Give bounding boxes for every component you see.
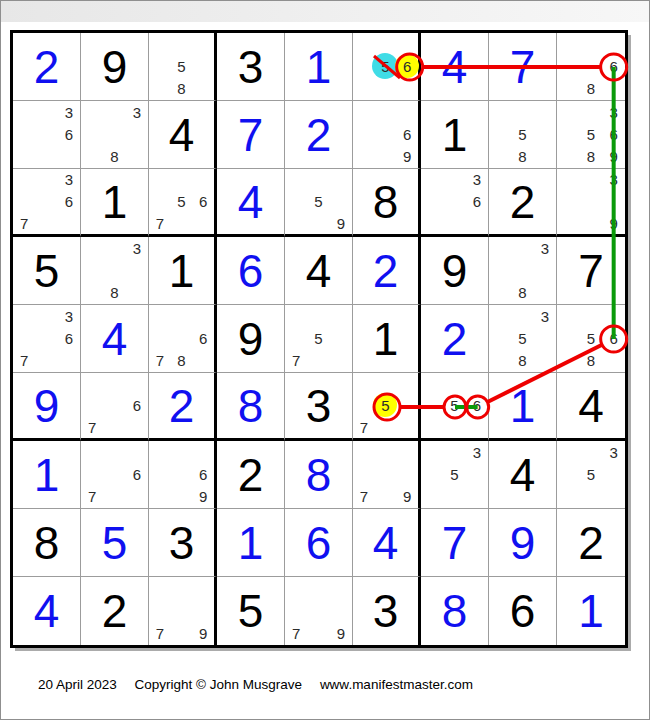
cell-r9c7[interactable]: 8: [421, 577, 489, 645]
candidate-mark: 9: [337, 626, 345, 641]
candidate-mark: 6: [199, 194, 207, 209]
candidate-mark: 9: [609, 216, 617, 231]
cell-value: 3: [285, 373, 352, 438]
candidate-mark: 3: [609, 445, 617, 460]
cell-r7c4[interactable]: 2: [217, 441, 285, 509]
cell-r3c5[interactable]: 59: [285, 169, 353, 237]
candidate-mark: 8: [587, 81, 595, 96]
cell-value: 1: [353, 305, 418, 372]
cell-value: 3: [217, 33, 284, 100]
cell-r9c1[interactable]: 4: [13, 577, 81, 645]
cell-r3c2[interactable]: 1: [81, 169, 149, 237]
candidate-mark: 5: [518, 331, 526, 346]
cell-value: 7: [217, 101, 284, 168]
window-header: [1, 1, 649, 22]
candidate-mark: 7: [360, 489, 368, 504]
cell-value: 4: [421, 33, 488, 100]
cell-r2c7[interactable]: 1: [421, 101, 489, 169]
candidate-mark: 3: [65, 105, 73, 120]
cell-value: 9: [217, 305, 284, 372]
cell-r1c4[interactable]: 3: [217, 33, 285, 101]
cell-r5c4[interactable]: 9: [217, 305, 285, 373]
candidate-mark: 9: [199, 489, 207, 504]
cell-value: 8: [353, 169, 418, 234]
candidate-mark: 5: [587, 331, 595, 346]
cell-value: 4: [149, 101, 214, 168]
cell-r9c3[interactable]: 79: [149, 577, 217, 645]
cell-value: 6: [285, 509, 352, 576]
cell-value: 7: [421, 509, 488, 576]
cell-r9c2[interactable]: 2: [81, 577, 149, 645]
cell-r3c4[interactable]: 4: [217, 169, 285, 237]
cell-r9c4[interactable]: 5: [217, 577, 285, 645]
cell-value: 1: [13, 441, 80, 508]
cell-r1c8[interactable]: 7: [489, 33, 557, 101]
cell-r7c5[interactable]: 8: [285, 441, 353, 509]
candidate-mark: 6: [65, 127, 73, 142]
candidate-mark: 8: [587, 353, 595, 368]
candidate-mark: 6: [133, 467, 141, 482]
cell-r6c8[interactable]: 1: [489, 373, 557, 441]
cell-r4c5[interactable]: 4: [285, 237, 353, 305]
candidate-mark: 7: [20, 216, 28, 231]
cell-value: 5: [81, 509, 148, 576]
cell-r9c8[interactable]: 6: [489, 577, 557, 645]
candidate-mark: 8: [518, 149, 526, 164]
cell-value: 8: [13, 509, 80, 576]
cell-r1c9[interactable]: 68: [557, 33, 625, 101]
cell-r5c2[interactable]: 4: [81, 305, 149, 373]
cell-r5c8[interactable]: 358: [489, 305, 557, 373]
candidate-mark: 3: [473, 445, 481, 460]
candidate-mark: 7: [156, 626, 164, 641]
cell-value: 4: [217, 169, 284, 234]
candidate-mark: 7: [88, 420, 96, 435]
cell-r8c4[interactable]: 1: [217, 509, 285, 577]
candidate-mark: 8: [110, 285, 118, 300]
cell-value: 3: [149, 509, 214, 576]
candidate-mark: 5: [518, 127, 526, 142]
candidate-mark: 3: [541, 241, 549, 256]
cell-value: 2: [285, 101, 352, 168]
candidate-mark: 5: [177, 59, 185, 74]
cell-r1c3[interactable]: 58: [149, 33, 217, 101]
cell-r4c8[interactable]: 38: [489, 237, 557, 305]
candidate-mark: 6: [199, 331, 207, 346]
cell-r7c9[interactable]: 35: [557, 441, 625, 509]
cell-r6c3[interactable]: 2: [149, 373, 217, 441]
candidate-mark: 8: [587, 149, 595, 164]
candidate-mark: 9: [337, 216, 345, 231]
cell-r1c2[interactable]: 9: [81, 33, 149, 101]
cell-r6c1[interactable]: 9: [13, 373, 81, 441]
cell-r7c6[interactable]: 79: [353, 441, 421, 509]
cell-r5c6[interactable]: 1: [353, 305, 421, 373]
cell-r9c6[interactable]: 3: [353, 577, 421, 645]
candidate-mark: 6: [609, 331, 617, 346]
cell-value: 5: [217, 577, 284, 645]
cell-value: 2: [81, 577, 148, 645]
candidate-mark: 5: [587, 467, 595, 482]
cell-value: 1: [81, 169, 148, 234]
cell-r9c5[interactable]: 79: [285, 577, 353, 645]
candidate-mark: 7: [88, 489, 96, 504]
candidate-mark: 3: [133, 241, 141, 256]
cell-r7c8[interactable]: 4: [489, 441, 557, 509]
cell-r4c1[interactable]: 5: [13, 237, 81, 305]
candidate-mark: 6: [403, 59, 411, 74]
cell-value: 2: [217, 441, 284, 508]
cell-r1c1[interactable]: 2: [13, 33, 81, 101]
cell-r5c5[interactable]: 57: [285, 305, 353, 373]
candidate-mark: 7: [20, 353, 28, 368]
cell-value: 7: [489, 33, 556, 100]
candidate-mark: 9: [199, 626, 207, 641]
cell-value: 4: [353, 509, 418, 576]
cell-r8c1[interactable]: 8: [13, 509, 81, 577]
cell-value: 1: [149, 237, 214, 304]
cell-value: 9: [81, 33, 148, 100]
cell-r5c1[interactable]: 367: [13, 305, 81, 373]
candidate-mark: 8: [177, 81, 185, 96]
cell-r2c5[interactable]: 2: [285, 101, 353, 169]
cell-value: 4: [489, 441, 556, 508]
candidate-mark: 5: [314, 194, 322, 209]
cell-r3c1[interactable]: 367: [13, 169, 81, 237]
candidate-mark: 5: [450, 398, 458, 413]
candidate-mark: 3: [609, 172, 617, 187]
cell-r4c4[interactable]: 6: [217, 237, 285, 305]
cell-r8c3[interactable]: 3: [149, 509, 217, 577]
cell-r1c7[interactable]: 4: [421, 33, 489, 101]
cell-r8c2[interactable]: 5: [81, 509, 149, 577]
footer-website: www.manifestmaster.com: [320, 677, 473, 692]
cell-value: 5: [13, 237, 80, 304]
candidate-mark: 3: [65, 309, 73, 324]
cell-r6c5[interactable]: 3: [285, 373, 353, 441]
candidate-mark: 6: [199, 467, 207, 482]
footer-date: 20 April 2023: [38, 677, 117, 692]
cell-r2c1[interactable]: 36: [13, 101, 81, 169]
candidate-mark: 7: [292, 626, 300, 641]
candidate-mark: 6: [473, 398, 481, 413]
candidate-mark: 9: [403, 149, 411, 164]
cell-r3c6[interactable]: 8: [353, 169, 421, 237]
cell-r1c5[interactable]: 1: [285, 33, 353, 101]
candidate-mark: 7: [292, 353, 300, 368]
candidate-mark: 6: [65, 331, 73, 346]
cell-r5c3[interactable]: 678: [149, 305, 217, 373]
candidate-mark: 6: [609, 59, 617, 74]
cell-r4c2[interactable]: 38: [81, 237, 149, 305]
cell-r5c7[interactable]: 2: [421, 305, 489, 373]
candidate-mark: 3: [473, 172, 481, 187]
cell-value: 8: [217, 373, 284, 438]
candidate-mark: 5: [314, 331, 322, 346]
cell-value: 8: [285, 441, 352, 508]
candidate-mark: 3: [541, 309, 549, 324]
cell-value: 6: [489, 577, 556, 645]
cell-value: 2: [557, 509, 625, 576]
cell-r9c9[interactable]: 1: [557, 577, 625, 645]
cell-r2c9[interactable]: 35689: [557, 101, 625, 169]
cell-r2c4[interactable]: 7: [217, 101, 285, 169]
cell-r8c9[interactable]: 2: [557, 509, 625, 577]
cell-value: 4: [13, 577, 80, 645]
cell-r3c9[interactable]: 39: [557, 169, 625, 237]
cell-value: 1: [489, 373, 556, 438]
candidate-mark: 5: [587, 127, 595, 142]
footer: 20 April 2023 Copyright © John Musgrave …: [38, 677, 487, 692]
candidate-mark: 6: [609, 127, 617, 142]
cell-value: 1: [421, 101, 488, 168]
cell-r6c7[interactable]: 56: [421, 373, 489, 441]
screenshot-frame: 2958315647683638472691583568936715674598…: [0, 0, 650, 720]
candidate-mark: 8: [518, 285, 526, 300]
cell-r8c7[interactable]: 7: [421, 509, 489, 577]
cell-r6c6[interactable]: 57: [353, 373, 421, 441]
candidate-mark: 8: [177, 353, 185, 368]
candidate-mark: 5: [381, 59, 389, 74]
cell-value: 2: [149, 373, 214, 438]
candidate-mark: 6: [133, 398, 141, 413]
cell-value: 4: [557, 373, 625, 438]
candidate-mark: 5: [177, 194, 185, 209]
cell-r3c7[interactable]: 36: [421, 169, 489, 237]
cell-r4c7[interactable]: 9: [421, 237, 489, 305]
candidate-mark: 7: [360, 420, 368, 435]
cell-r2c3[interactable]: 4: [149, 101, 217, 169]
cell-r2c8[interactable]: 58: [489, 101, 557, 169]
cell-value: 2: [421, 305, 488, 372]
cell-r7c2[interactable]: 67: [81, 441, 149, 509]
cell-value: 1: [557, 577, 625, 645]
candidate-mark: 8: [110, 149, 118, 164]
cell-r8c8[interactable]: 9: [489, 509, 557, 577]
cell-r5c9[interactable]: 568: [557, 305, 625, 373]
sudoku-board: 2958315647683638472691583568936715674598…: [10, 30, 628, 648]
candidate-mark: 3: [609, 105, 617, 120]
candidate-mark: 9: [403, 489, 411, 504]
candidate-mark: 3: [65, 172, 73, 187]
cell-value: 2: [13, 33, 80, 100]
cell-value: 9: [489, 509, 556, 576]
cell-r8c5[interactable]: 6: [285, 509, 353, 577]
candidate-mark: 7: [156, 216, 164, 231]
candidate-mark: 6: [65, 194, 73, 209]
candidate-mark: 7: [156, 353, 164, 368]
cell-value: 3: [353, 577, 418, 645]
cell-r2c6[interactable]: 69: [353, 101, 421, 169]
cell-value: 9: [13, 373, 80, 438]
candidate-mark: 8: [518, 353, 526, 368]
cell-r2c2[interactable]: 38: [81, 101, 149, 169]
footer-copyright: Copyright © John Musgrave: [135, 677, 303, 692]
cell-r1c6[interactable]: 56: [353, 33, 421, 101]
candidate-mark: 5: [450, 467, 458, 482]
cell-value: 9: [421, 237, 488, 304]
cell-r8c6[interactable]: 4: [353, 509, 421, 577]
cell-r7c7[interactable]: 35: [421, 441, 489, 509]
cell-r4c6[interactable]: 2: [353, 237, 421, 305]
cell-r6c2[interactable]: 67: [81, 373, 149, 441]
candidate-mark: 6: [403, 127, 411, 142]
cell-value: 6: [217, 237, 284, 304]
cell-value: 4: [285, 237, 352, 304]
cell-value: 8: [421, 577, 488, 645]
cell-value: 1: [285, 33, 352, 100]
cell-value: 2: [489, 169, 556, 234]
cell-r7c3[interactable]: 69: [149, 441, 217, 509]
cell-value: 2: [353, 237, 418, 304]
cell-value: 7: [557, 237, 625, 304]
cell-value: 1: [217, 509, 284, 576]
candidate-mark: 9: [609, 149, 617, 164]
cell-r7c1[interactable]: 1: [13, 441, 81, 509]
cell-r6c9[interactable]: 4: [557, 373, 625, 441]
cell-r4c3[interactable]: 1: [149, 237, 217, 305]
cell-r4c9[interactable]: 7: [557, 237, 625, 305]
candidate-mark: 3: [133, 105, 141, 120]
candidate-mark: 5: [381, 398, 389, 413]
cell-r6c4[interactable]: 8: [217, 373, 285, 441]
cell-r3c8[interactable]: 2: [489, 169, 557, 237]
cell-r3c3[interactable]: 567: [149, 169, 217, 237]
candidate-mark: 6: [473, 194, 481, 209]
cell-value: 4: [81, 305, 148, 372]
